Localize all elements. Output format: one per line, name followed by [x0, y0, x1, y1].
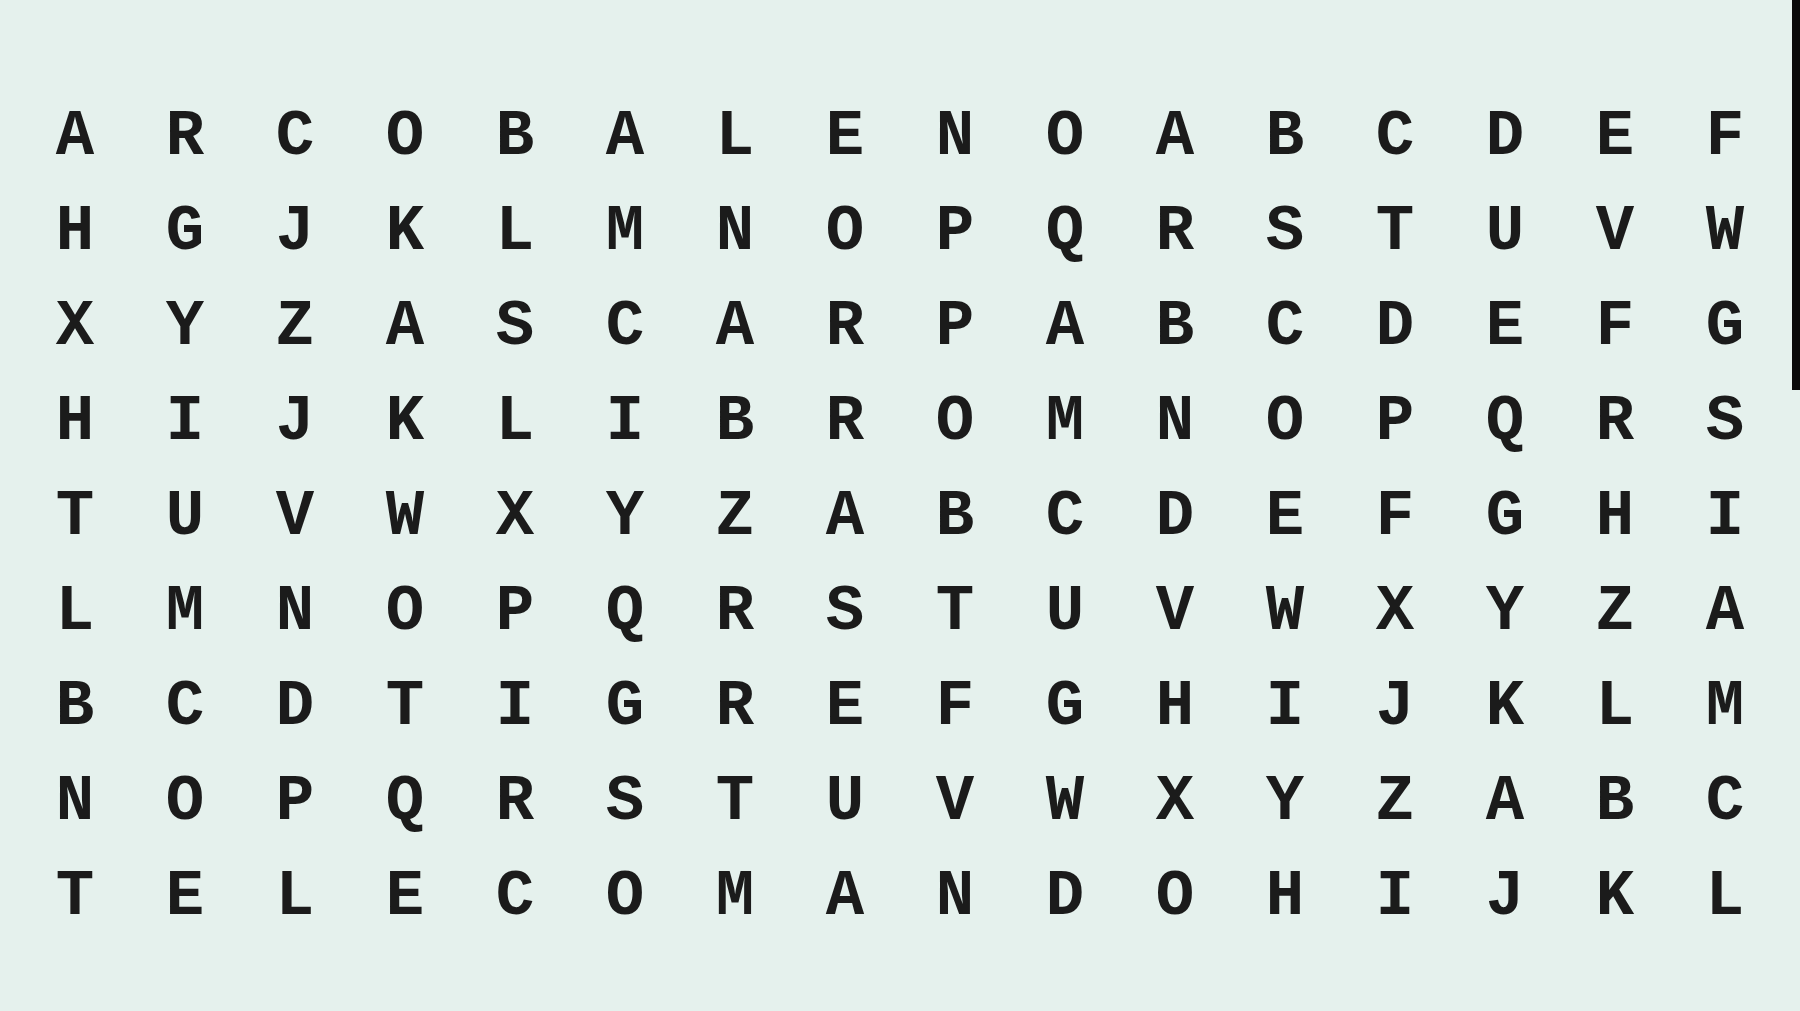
grid-cell[interactable]: L [1670, 849, 1780, 944]
grid-cell[interactable]: O [350, 89, 460, 184]
grid-cell[interactable]: O [1230, 374, 1340, 469]
grid-cell[interactable]: G [1010, 659, 1120, 754]
grid-cell[interactable]: Y [570, 469, 680, 564]
grid-cell[interactable]: D [240, 659, 350, 754]
grid-cell[interactable]: P [900, 184, 1010, 279]
grid-cell[interactable]: I [1340, 849, 1450, 944]
grid-cell[interactable]: V [1120, 564, 1230, 659]
grid-cell[interactable]: F [1670, 89, 1780, 184]
grid-cell[interactable]: Z [1340, 754, 1450, 849]
grid-cell[interactable]: A [570, 89, 680, 184]
grid-cell[interactable]: D [1340, 279, 1450, 374]
grid-cell[interactable]: C [1670, 754, 1780, 849]
grid-cell[interactable]: Z [240, 279, 350, 374]
grid-cell[interactable]: A [790, 849, 900, 944]
grid-cell[interactable]: L [20, 564, 130, 659]
grid-cell[interactable]: A [1120, 89, 1230, 184]
grid-cell[interactable]: Y [1450, 564, 1560, 659]
grid-cell[interactable]: C [1340, 89, 1450, 184]
grid-cell[interactable]: E [790, 659, 900, 754]
grid-cell[interactable]: H [20, 184, 130, 279]
grid-cell[interactable]: K [1560, 849, 1670, 944]
grid-cell[interactable]: N [900, 89, 1010, 184]
grid-cell[interactable]: N [20, 754, 130, 849]
grid-cell[interactable]: E [1560, 89, 1670, 184]
grid-cell[interactable]: P [460, 564, 570, 659]
grid-cell[interactable]: T [20, 469, 130, 564]
grid-cell[interactable]: V [1560, 184, 1670, 279]
grid-cell[interactable]: P [1340, 374, 1450, 469]
grid-cell[interactable]: I [130, 374, 240, 469]
grid-cell[interactable]: H [20, 374, 130, 469]
grid-cell[interactable]: V [900, 754, 1010, 849]
grid-cell[interactable]: L [460, 374, 570, 469]
grid-cell[interactable]: U [1010, 564, 1120, 659]
grid-cell[interactable]: T [680, 754, 790, 849]
grid-cell[interactable]: A [1010, 279, 1120, 374]
grid-cell[interactable]: O [350, 564, 460, 659]
grid-cell[interactable]: M [570, 184, 680, 279]
grid-cell[interactable]: G [1450, 469, 1560, 564]
grid-cell[interactable]: B [1120, 279, 1230, 374]
word-search-grid: ARCOBALENOABCDEFHGJKLMNOPQRSTUVWXYZASCAR… [20, 89, 1780, 944]
grid-cell[interactable]: O [790, 184, 900, 279]
grid-cell[interactable]: P [900, 279, 1010, 374]
grid-cell[interactable]: C [1010, 469, 1120, 564]
grid-cell[interactable]: G [1670, 279, 1780, 374]
grid-cell[interactable]: W [350, 469, 460, 564]
grid-cell[interactable]: F [1560, 279, 1670, 374]
grid-cell[interactable]: A [1670, 564, 1780, 659]
grid-cell[interactable]: H [1230, 849, 1340, 944]
grid-cell[interactable]: Y [130, 279, 240, 374]
grid-cell[interactable]: E [790, 89, 900, 184]
grid-cell[interactable]: Q [1010, 184, 1120, 279]
scrollbar-thumb[interactable] [1792, 0, 1800, 390]
grid-cell[interactable]: L [460, 184, 570, 279]
grid-cell[interactable]: W [1670, 184, 1780, 279]
grid-cell[interactable]: Z [680, 469, 790, 564]
grid-cell[interactable]: G [130, 184, 240, 279]
grid-cell[interactable]: D [1010, 849, 1120, 944]
grid-cell[interactable]: X [460, 469, 570, 564]
grid-cell[interactable]: C [130, 659, 240, 754]
grid-cell[interactable]: A [350, 279, 460, 374]
grid-cell[interactable]: U [130, 469, 240, 564]
grid-cell[interactable]: I [1230, 659, 1340, 754]
grid-cell[interactable]: B [1230, 89, 1340, 184]
grid-cell[interactable]: M [680, 849, 790, 944]
grid-cell[interactable]: W [1010, 754, 1120, 849]
grid-cell[interactable]: A [790, 469, 900, 564]
grid-cell[interactable]: X [20, 279, 130, 374]
grid-cell[interactable]: P [240, 754, 350, 849]
grid-cell[interactable]: C [1230, 279, 1340, 374]
grid-cell[interactable]: S [460, 279, 570, 374]
grid-cell[interactable]: M [130, 564, 240, 659]
grid-cell[interactable]: D [1450, 89, 1560, 184]
grid-cell[interactable]: B [900, 469, 1010, 564]
grid-cell[interactable]: C [240, 89, 350, 184]
grid-cell[interactable]: E [350, 849, 460, 944]
grid-cell[interactable]: R [680, 659, 790, 754]
grid-cell[interactable]: Q [1450, 374, 1560, 469]
grid-cell[interactable]: M [1670, 659, 1780, 754]
grid-cell[interactable]: E [1230, 469, 1340, 564]
grid-cell[interactable]: J [1450, 849, 1560, 944]
grid-cell[interactable]: F [900, 659, 1010, 754]
grid-cell[interactable]: T [350, 659, 460, 754]
grid-cell[interactable]: R [1560, 374, 1670, 469]
grid-cell[interactable]: T [20, 849, 130, 944]
scrollbar[interactable] [1792, 0, 1800, 1011]
grid-cell[interactable]: N [1120, 374, 1230, 469]
grid-cell[interactable]: N [240, 564, 350, 659]
grid-cell[interactable]: M [1010, 374, 1120, 469]
grid-cell[interactable]: E [130, 849, 240, 944]
grid-cell[interactable]: R [680, 564, 790, 659]
grid-cell[interactable]: S [790, 564, 900, 659]
grid-cell[interactable]: L [240, 849, 350, 944]
grid-cell[interactable]: X [1120, 754, 1230, 849]
grid-cell[interactable]: C [570, 279, 680, 374]
grid-cell[interactable]: O [1120, 849, 1230, 944]
grid-cell[interactable]: O [1010, 89, 1120, 184]
grid-cell[interactable]: J [1340, 659, 1450, 754]
grid-cell[interactable]: T [900, 564, 1010, 659]
grid-cell[interactable]: G [570, 659, 680, 754]
grid-cell[interactable]: J [240, 184, 350, 279]
grid-cell[interactable]: Y [1230, 754, 1340, 849]
grid-cell[interactable]: B [460, 89, 570, 184]
grid-cell[interactable]: C [460, 849, 570, 944]
grid-cell[interactable]: O [570, 849, 680, 944]
grid-cell[interactable]: L [1560, 659, 1670, 754]
grid-cell[interactable]: B [1560, 754, 1670, 849]
grid-cell[interactable]: N [680, 184, 790, 279]
grid-cell[interactable]: I [570, 374, 680, 469]
grid-cell[interactable]: J [240, 374, 350, 469]
grid-cell[interactable]: R [790, 279, 900, 374]
grid-cell[interactable]: B [680, 374, 790, 469]
grid-cell[interactable]: A [20, 89, 130, 184]
grid-cell[interactable]: F [1340, 469, 1450, 564]
grid-cell[interactable]: K [1450, 659, 1560, 754]
grid-cell[interactable]: S [1670, 374, 1780, 469]
grid-cell[interactable]: H [1560, 469, 1670, 564]
grid-cell[interactable]: V [240, 469, 350, 564]
grid-cell[interactable]: Q [570, 564, 680, 659]
grid-cell[interactable]: I [460, 659, 570, 754]
grid-cell[interactable]: R [460, 754, 570, 849]
grid-cell[interactable]: R [1120, 184, 1230, 279]
grid-cell[interactable]: T [1340, 184, 1450, 279]
grid-cell[interactable]: S [1230, 184, 1340, 279]
grid-cell[interactable]: Z [1560, 564, 1670, 659]
grid-cell[interactable]: O [130, 754, 240, 849]
grid-cell[interactable]: R [790, 374, 900, 469]
grid-cell[interactable]: A [680, 279, 790, 374]
grid-cell[interactable]: B [20, 659, 130, 754]
grid-cell[interactable]: U [1450, 184, 1560, 279]
grid-cell[interactable]: K [350, 184, 460, 279]
grid-cell[interactable]: I [1670, 469, 1780, 564]
grid-cell[interactable]: O [900, 374, 1010, 469]
grid-cell[interactable]: K [350, 374, 460, 469]
grid-cell[interactable]: S [570, 754, 680, 849]
grid-cell[interactable]: W [1230, 564, 1340, 659]
grid-cell[interactable]: R [130, 89, 240, 184]
grid-cell[interactable]: D [1120, 469, 1230, 564]
grid-cell[interactable]: U [790, 754, 900, 849]
grid-cell[interactable]: E [1450, 279, 1560, 374]
grid-cell[interactable]: N [900, 849, 1010, 944]
grid-cell[interactable]: A [1450, 754, 1560, 849]
grid-cell[interactable]: Q [350, 754, 460, 849]
grid-cell[interactable]: L [680, 89, 790, 184]
grid-cell[interactable]: H [1120, 659, 1230, 754]
grid-cell[interactable]: X [1340, 564, 1450, 659]
